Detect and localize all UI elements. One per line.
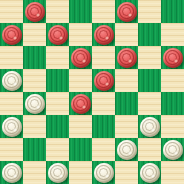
- piece-highlight: [151, 174, 156, 178]
- piece-rim-ring: [4, 165, 19, 180]
- square-r1c3: [69, 23, 92, 46]
- piece-rim-ring: [4, 119, 19, 134]
- piece-inner-ring: [30, 99, 39, 108]
- piece-inner-ring: [168, 53, 177, 62]
- piece-highlight: [151, 128, 156, 132]
- square-r6c3[interactable]: [69, 138, 92, 161]
- square-r7c4[interactable]: [92, 161, 115, 184]
- piece-highlight: [128, 59, 133, 63]
- square-r3c1: [23, 69, 46, 92]
- checkers-board: [0, 0, 184, 184]
- piece-inner-ring: [53, 30, 62, 39]
- piece-rim-ring: [96, 73, 111, 88]
- square-r5c6[interactable]: [138, 115, 161, 138]
- piece-highlight: [82, 59, 87, 63]
- piece-rim-ring: [4, 73, 19, 88]
- piece-highlight: [105, 174, 110, 178]
- white-checker-piece[interactable]: [140, 163, 160, 183]
- piece-highlight: [36, 13, 41, 17]
- square-r1c5: [115, 23, 138, 46]
- piece-rim-ring: [142, 165, 157, 180]
- piece-highlight: [82, 105, 87, 109]
- piece-inner-ring: [122, 145, 131, 154]
- red-checker-piece[interactable]: [117, 48, 137, 68]
- square-r1c6[interactable]: [138, 23, 161, 46]
- red-checker-piece[interactable]: [71, 48, 91, 68]
- piece-highlight: [13, 174, 18, 178]
- square-r7c7: [161, 161, 184, 184]
- square-r0c2: [46, 0, 69, 23]
- piece-inner-ring: [145, 168, 154, 177]
- square-r6c1[interactable]: [23, 138, 46, 161]
- piece-inner-ring: [30, 7, 39, 16]
- piece-highlight: [36, 105, 41, 109]
- piece-highlight: [105, 82, 110, 86]
- white-checker-piece[interactable]: [163, 140, 183, 160]
- piece-highlight: [59, 174, 64, 178]
- piece-rim-ring: [4, 27, 19, 42]
- piece-rim-ring: [142, 119, 157, 134]
- piece-inner-ring: [7, 30, 16, 39]
- square-r6c5[interactable]: [115, 138, 138, 161]
- square-r3c3: [69, 69, 92, 92]
- square-r4c7[interactable]: [161, 92, 184, 115]
- red-checker-piece[interactable]: [117, 2, 137, 22]
- square-r6c4: [92, 138, 115, 161]
- white-checker-piece[interactable]: [2, 117, 22, 137]
- square-r3c7: [161, 69, 184, 92]
- piece-highlight: [174, 151, 179, 155]
- square-r1c0[interactable]: [0, 23, 23, 46]
- square-r7c1: [23, 161, 46, 184]
- piece-highlight: [59, 36, 64, 40]
- piece-inner-ring: [76, 53, 85, 62]
- square-r0c5[interactable]: [115, 0, 138, 23]
- square-r4c1[interactable]: [23, 92, 46, 115]
- square-r5c3: [69, 115, 92, 138]
- square-r7c0[interactable]: [0, 161, 23, 184]
- square-r3c2[interactable]: [46, 69, 69, 92]
- square-r5c5: [115, 115, 138, 138]
- square-r5c4[interactable]: [92, 115, 115, 138]
- square-r6c0: [0, 138, 23, 161]
- piece-rim-ring: [96, 165, 111, 180]
- red-checker-piece[interactable]: [163, 48, 183, 68]
- piece-inner-ring: [76, 99, 85, 108]
- square-r2c2: [46, 46, 69, 69]
- square-r5c1: [23, 115, 46, 138]
- white-checker-piece[interactable]: [94, 163, 114, 183]
- square-r2c4: [92, 46, 115, 69]
- square-r3c6[interactable]: [138, 69, 161, 92]
- square-r2c5[interactable]: [115, 46, 138, 69]
- square-r1c1: [23, 23, 46, 46]
- square-r3c5: [115, 69, 138, 92]
- red-checker-piece[interactable]: [25, 2, 45, 22]
- square-r2c1[interactable]: [23, 46, 46, 69]
- square-r2c6: [138, 46, 161, 69]
- piece-inner-ring: [7, 122, 16, 131]
- piece-inner-ring: [99, 168, 108, 177]
- piece-inner-ring: [122, 7, 131, 16]
- piece-rim-ring: [73, 50, 88, 65]
- red-checker-piece[interactable]: [71, 94, 91, 114]
- square-r1c2[interactable]: [46, 23, 69, 46]
- square-r0c4: [92, 0, 115, 23]
- white-checker-piece[interactable]: [2, 71, 22, 91]
- square-r2c7[interactable]: [161, 46, 184, 69]
- piece-rim-ring: [119, 142, 134, 157]
- square-r4c5[interactable]: [115, 92, 138, 115]
- piece-highlight: [128, 151, 133, 155]
- square-r4c4: [92, 92, 115, 115]
- square-r7c5: [115, 161, 138, 184]
- red-checker-piece[interactable]: [48, 25, 68, 45]
- square-r5c2[interactable]: [46, 115, 69, 138]
- piece-rim-ring: [27, 96, 42, 111]
- square-r4c2: [46, 92, 69, 115]
- square-r0c3[interactable]: [69, 0, 92, 23]
- square-r1c4[interactable]: [92, 23, 115, 46]
- piece-rim-ring: [50, 27, 65, 42]
- piece-inner-ring: [99, 30, 108, 39]
- piece-highlight: [13, 82, 18, 86]
- piece-rim-ring: [165, 50, 180, 65]
- square-r7c6[interactable]: [138, 161, 161, 184]
- square-r0c6: [138, 0, 161, 23]
- red-checker-piece[interactable]: [94, 71, 114, 91]
- square-r3c4[interactable]: [92, 69, 115, 92]
- white-checker-piece[interactable]: [117, 140, 137, 160]
- red-checker-piece[interactable]: [2, 25, 22, 45]
- square-r0c7[interactable]: [161, 0, 184, 23]
- square-r2c3[interactable]: [69, 46, 92, 69]
- piece-rim-ring: [50, 165, 65, 180]
- square-r3c0[interactable]: [0, 69, 23, 92]
- piece-rim-ring: [96, 27, 111, 42]
- square-r0c0: [0, 0, 23, 23]
- piece-inner-ring: [145, 122, 154, 131]
- piece-rim-ring: [119, 4, 134, 19]
- piece-rim-ring: [27, 4, 42, 19]
- white-checker-piece[interactable]: [140, 117, 160, 137]
- piece-inner-ring: [168, 145, 177, 154]
- piece-highlight: [105, 36, 110, 40]
- square-r4c6: [138, 92, 161, 115]
- piece-highlight: [13, 36, 18, 40]
- square-r7c3: [69, 161, 92, 184]
- piece-highlight: [13, 128, 18, 132]
- square-r2c0: [0, 46, 23, 69]
- square-r4c3[interactable]: [69, 92, 92, 115]
- piece-highlight: [128, 13, 133, 17]
- white-checker-piece[interactable]: [48, 163, 68, 183]
- square-r7c2[interactable]: [46, 161, 69, 184]
- square-r6c2: [46, 138, 69, 161]
- piece-rim-ring: [73, 96, 88, 111]
- piece-highlight: [174, 59, 179, 63]
- square-r1c7: [161, 23, 184, 46]
- white-checker-piece[interactable]: [2, 163, 22, 183]
- piece-inner-ring: [53, 168, 62, 177]
- square-r5c0[interactable]: [0, 115, 23, 138]
- piece-inner-ring: [122, 53, 131, 62]
- piece-rim-ring: [119, 50, 134, 65]
- white-checker-piece[interactable]: [25, 94, 45, 114]
- square-r5c7: [161, 115, 184, 138]
- square-r6c7[interactable]: [161, 138, 184, 161]
- square-r4c0: [0, 92, 23, 115]
- square-r6c6: [138, 138, 161, 161]
- piece-rim-ring: [165, 142, 180, 157]
- square-r0c1[interactable]: [23, 0, 46, 23]
- piece-inner-ring: [7, 76, 16, 85]
- red-checker-piece[interactable]: [94, 25, 114, 45]
- piece-inner-ring: [7, 168, 16, 177]
- piece-inner-ring: [99, 76, 108, 85]
